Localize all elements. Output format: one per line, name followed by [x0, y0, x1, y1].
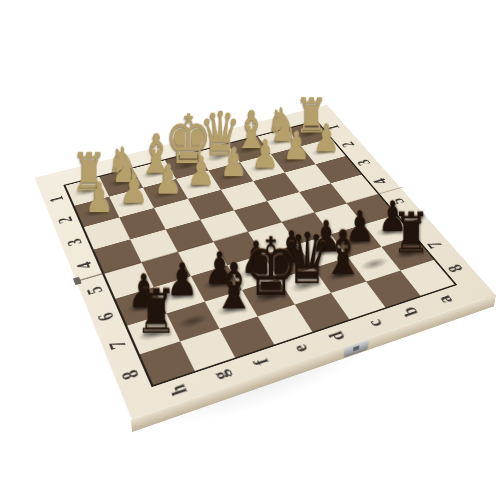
product-photo: 1234567812345678hgfedcba ♜♞♝♚♛♝♞♜♟♟♟♟♟♟♟…	[0, 0, 500, 500]
white-pawn-glyph: ♟	[251, 135, 278, 174]
black-rook-glyph: ♜	[391, 206, 430, 262]
black-rook-glyph: ♜	[134, 282, 177, 343]
chess-board: 1234567812345678hgfedcba ♜♞♝♚♛♝♞♜♟♟♟♟♟♟♟…	[35, 105, 496, 420]
white-pawn-glyph: ♟	[84, 178, 113, 219]
white-pawn-glyph: ♟	[219, 144, 246, 183]
white-pawn-glyph: ♟	[119, 169, 147, 210]
white-pawn-glyph: ♟	[187, 152, 215, 192]
white-pawn-glyph: ♟	[153, 160, 181, 200]
scene: 1234567812345678hgfedcba ♜♞♝♚♛♝♞♜♟♟♟♟♟♟♟…	[0, 0, 500, 500]
white-pawn-glyph: ♟	[282, 128, 309, 166]
black-bishop-glyph: ♝	[211, 255, 256, 319]
